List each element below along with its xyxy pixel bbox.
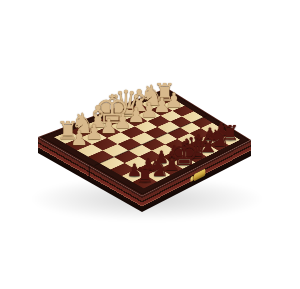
- clasp-knob: [190, 175, 193, 182]
- box-fold-seam-edge: [89, 166, 90, 178]
- chess-set-photo: ♜♞♝♛♚♝♞♜♟♟♟♟♟♟♟♟♟♟♟♟♟♟♟♟♜♞♝♛♚♝♞♜: [0, 0, 300, 289]
- brass-clasp: [194, 168, 206, 181]
